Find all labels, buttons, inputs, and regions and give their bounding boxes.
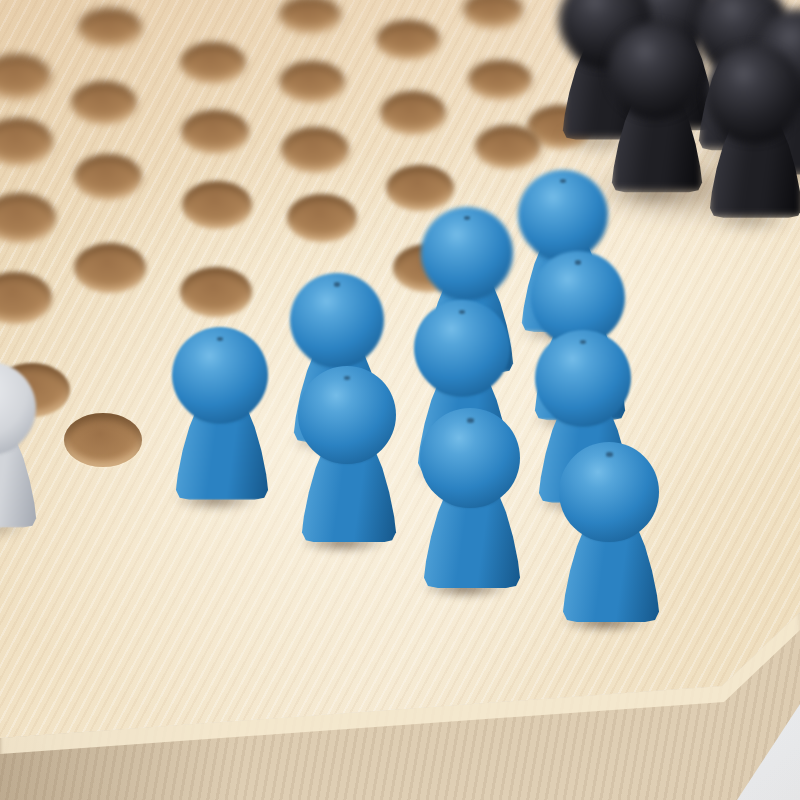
piece-blue-dimple — [334, 282, 341, 286]
piece-blue-dimple — [575, 260, 582, 264]
board-hole[interactable] — [386, 165, 454, 211]
board-hole[interactable] — [181, 110, 249, 154]
piece-black-head[interactable] — [706, 45, 800, 141]
piece-blue-head[interactable] — [290, 273, 384, 367]
piece-blue-dimple — [606, 452, 613, 457]
board-hole[interactable] — [468, 60, 532, 100]
board-hole[interactable] — [279, 61, 345, 103]
piece-blue-head[interactable] — [518, 170, 608, 260]
piece-blue-dimple — [459, 310, 466, 314]
board-hole[interactable] — [180, 42, 246, 84]
piece-blue-dimple — [467, 418, 474, 423]
piece-blue-head[interactable] — [298, 366, 396, 464]
piece-blue-head[interactable] — [172, 327, 268, 423]
board-hole[interactable] — [475, 125, 541, 169]
board-hole[interactable] — [74, 154, 142, 200]
board-hole[interactable] — [380, 91, 446, 135]
board-hole[interactable] — [64, 413, 142, 467]
board-hole[interactable] — [74, 243, 146, 293]
board-hole[interactable] — [281, 127, 349, 173]
piece-blue-head[interactable] — [420, 408, 520, 508]
piece-blue-head[interactable] — [535, 330, 631, 426]
board-hole[interactable] — [71, 81, 137, 125]
board-photo-stage — [0, 0, 800, 800]
board-hole[interactable] — [287, 194, 357, 242]
piece-black-head[interactable] — [608, 23, 702, 117]
board-hole[interactable] — [180, 267, 252, 317]
board-hole[interactable] — [182, 181, 252, 229]
board-hole[interactable] — [376, 20, 440, 60]
piece-blue-head[interactable] — [421, 207, 513, 299]
piece-blue-dimple — [217, 337, 224, 341]
piece-blue-head[interactable] — [559, 442, 659, 542]
piece-blue-head[interactable] — [414, 300, 510, 396]
piece-blue-dimple — [580, 340, 587, 344]
board-hole[interactable] — [78, 8, 142, 48]
